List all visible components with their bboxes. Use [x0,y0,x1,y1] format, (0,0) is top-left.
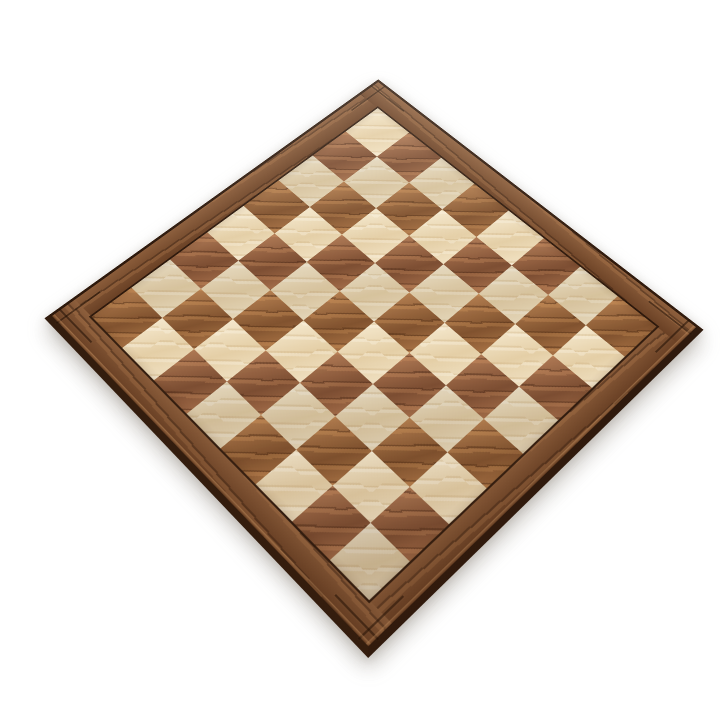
chess-board [45,79,704,658]
product-photo-background [0,0,720,720]
board-drop-shadow [0,0,720,720]
playing-field [92,108,657,600]
